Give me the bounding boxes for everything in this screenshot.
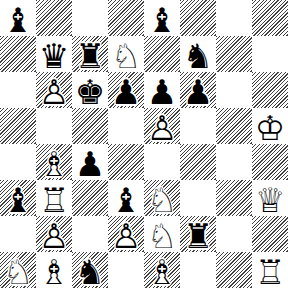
white-bishop-icon: ♝♗	[36, 144, 72, 180]
square-b6[interactable]: ♟♙	[36, 72, 72, 108]
square-e5[interactable]: ♟♙	[144, 108, 180, 144]
square-a6[interactable]	[0, 72, 36, 108]
square-f3[interactable]	[180, 180, 216, 216]
black-pawn-icon: ♟♟	[108, 72, 144, 108]
square-c8[interactable]	[72, 0, 108, 36]
square-d5[interactable]	[108, 108, 144, 144]
white-pawn-icon: ♟♙	[144, 108, 180, 144]
square-d4[interactable]	[108, 144, 144, 180]
square-a5[interactable]	[0, 108, 36, 144]
square-d2[interactable]: ♟♙	[108, 216, 144, 252]
square-h3[interactable]: ♛♕	[252, 180, 288, 216]
piece-glyph: ♔	[252, 110, 288, 146]
black-bishop-icon: ♝♝	[0, 180, 36, 216]
square-b4[interactable]: ♝♗	[36, 144, 72, 180]
square-g6[interactable]	[216, 72, 252, 108]
square-c1[interactable]: ♞♞	[72, 252, 108, 288]
square-e4[interactable]	[144, 144, 180, 180]
square-h6[interactable]	[252, 72, 288, 108]
square-c3[interactable]	[72, 180, 108, 216]
white-rook-icon: ♜♖	[36, 180, 72, 216]
square-g2[interactable]	[216, 216, 252, 252]
piece-glyph: ♛	[36, 38, 72, 74]
piece-glyph: ♞	[72, 254, 108, 288]
black-queen-icon: ♛♛	[36, 36, 72, 72]
square-g1[interactable]	[216, 252, 252, 288]
square-h5[interactable]: ♚♔	[252, 108, 288, 144]
piece-glyph: ♙	[36, 74, 72, 110]
square-c6[interactable]: ♚♚	[72, 72, 108, 108]
black-rook-icon: ♜♜	[180, 216, 216, 252]
piece-glyph: ♟	[180, 74, 216, 110]
piece-glyph: ♝	[144, 2, 180, 38]
chess-diagram: ♝♝♝♝♛♛♜♜♞♘♞♞♟♙♚♚♟♟♟♟♟♟♟♙♚♔♝♗♟♟♝♝♜♖♝♝♞♘♛♕…	[0, 0, 288, 288]
piece-glyph: ♗	[36, 254, 72, 288]
black-bishop-icon: ♝♝	[0, 0, 36, 36]
piece-glyph: ♗	[144, 254, 180, 288]
black-pawn-icon: ♟♟	[72, 144, 108, 180]
black-knight-icon: ♞♞	[180, 36, 216, 72]
piece-glyph: ♘	[144, 218, 180, 254]
black-pawn-icon: ♟♟	[144, 72, 180, 108]
piece-glyph: ♘	[0, 254, 36, 288]
piece-glyph: ♖	[36, 182, 72, 218]
piece-glyph: ♜	[72, 38, 108, 74]
square-a7[interactable]	[0, 36, 36, 72]
black-pawn-icon: ♟♟	[180, 72, 216, 108]
square-d8[interactable]	[108, 0, 144, 36]
piece-glyph: ♟	[144, 74, 180, 110]
white-bishop-icon: ♝♗	[36, 252, 72, 288]
square-b1[interactable]: ♝♗	[36, 252, 72, 288]
square-g7[interactable]	[216, 36, 252, 72]
square-e8[interactable]: ♝♝	[144, 0, 180, 36]
black-rook-icon: ♜♜	[72, 36, 108, 72]
piece-glyph: ♙	[108, 218, 144, 254]
square-c7[interactable]: ♜♜	[72, 36, 108, 72]
square-e7[interactable]	[144, 36, 180, 72]
square-f5[interactable]	[180, 108, 216, 144]
square-g5[interactable]	[216, 108, 252, 144]
piece-glyph: ♘	[108, 38, 144, 74]
square-d1[interactable]	[108, 252, 144, 288]
square-a2[interactable]	[0, 216, 36, 252]
black-king-icon: ♚♚	[72, 72, 108, 108]
piece-glyph: ♝	[0, 182, 36, 218]
black-bishop-icon: ♝♝	[108, 180, 144, 216]
white-bishop-icon: ♝♗	[144, 252, 180, 288]
square-b7[interactable]: ♛♛	[36, 36, 72, 72]
square-f4[interactable]	[180, 144, 216, 180]
white-knight-icon: ♞♘	[0, 252, 36, 288]
square-f1[interactable]	[180, 252, 216, 288]
white-rook-icon: ♜♖	[252, 252, 288, 288]
black-bishop-icon: ♝♝	[144, 0, 180, 36]
piece-glyph: ♟	[72, 146, 108, 182]
square-a4[interactable]	[0, 144, 36, 180]
square-d3[interactable]: ♝♝	[108, 180, 144, 216]
square-b8[interactable]	[36, 0, 72, 36]
square-a3[interactable]: ♝♝	[0, 180, 36, 216]
square-e3[interactable]: ♞♘	[144, 180, 180, 216]
white-knight-icon: ♞♘	[144, 216, 180, 252]
square-h8[interactable]	[252, 0, 288, 36]
square-e1[interactable]: ♝♗	[144, 252, 180, 288]
chess-board: ♝♝♝♝♛♛♜♜♞♘♞♞♟♙♚♚♟♟♟♟♟♟♟♙♚♔♝♗♟♟♝♝♜♖♝♝♞♘♛♕…	[0, 0, 288, 288]
square-h2[interactable]	[252, 216, 288, 252]
square-d6[interactable]: ♟♟	[108, 72, 144, 108]
piece-glyph: ♟	[108, 74, 144, 110]
square-h7[interactable]	[252, 36, 288, 72]
square-d7[interactable]: ♞♘	[108, 36, 144, 72]
square-f8[interactable]	[180, 0, 216, 36]
white-knight-icon: ♞♘	[108, 36, 144, 72]
square-f2[interactable]: ♜♜	[180, 216, 216, 252]
square-g3[interactable]	[216, 180, 252, 216]
square-c4[interactable]: ♟♟	[72, 144, 108, 180]
white-pawn-icon: ♟♙	[108, 216, 144, 252]
white-pawn-icon: ♟♙	[36, 72, 72, 108]
piece-glyph: ♖	[252, 254, 288, 288]
piece-glyph: ♙	[144, 110, 180, 146]
white-pawn-icon: ♟♙	[36, 216, 72, 252]
white-queen-icon: ♛♕	[252, 180, 288, 216]
square-e2[interactable]: ♞♘	[144, 216, 180, 252]
piece-glyph: ♚	[72, 74, 108, 110]
square-h4[interactable]	[252, 144, 288, 180]
square-f6[interactable]: ♟♟	[180, 72, 216, 108]
square-g4[interactable]	[216, 144, 252, 180]
white-knight-icon: ♞♘	[144, 180, 180, 216]
square-b3[interactable]: ♜♖	[36, 180, 72, 216]
square-f7[interactable]: ♞♞	[180, 36, 216, 72]
square-h1[interactable]: ♜♖	[252, 252, 288, 288]
square-a1[interactable]: ♞♘	[0, 252, 36, 288]
piece-glyph: ♞	[180, 38, 216, 74]
square-a8[interactable]: ♝♝	[0, 0, 36, 36]
piece-glyph: ♜	[180, 218, 216, 254]
square-g8[interactable]	[216, 0, 252, 36]
piece-glyph: ♙	[36, 218, 72, 254]
square-c5[interactable]	[72, 108, 108, 144]
square-c2[interactable]	[72, 216, 108, 252]
black-knight-icon: ♞♞	[72, 252, 108, 288]
square-b5[interactable]	[36, 108, 72, 144]
piece-glyph: ♝	[108, 182, 144, 218]
piece-glyph: ♗	[36, 146, 72, 182]
piece-glyph: ♕	[252, 182, 288, 218]
square-e6[interactable]: ♟♟	[144, 72, 180, 108]
white-king-icon: ♚♔	[252, 108, 288, 144]
piece-glyph: ♝	[0, 2, 36, 38]
piece-glyph: ♘	[144, 182, 180, 218]
square-b2[interactable]: ♟♙	[36, 216, 72, 252]
